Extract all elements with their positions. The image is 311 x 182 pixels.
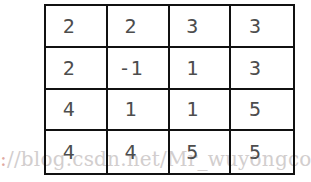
grid-cell-r2c0: 4	[46, 90, 108, 132]
grid-cell-r0c0: 2	[46, 6, 108, 48]
grid-cell-r1c2: 1	[170, 48, 232, 90]
grid-cell-r0c3: 3	[231, 6, 293, 48]
grid-cell-r2c3: 5	[231, 90, 293, 132]
number-grid: 2 2 3 3 2 -1 1 3 4 1 1 5 4 4 5 5	[44, 4, 295, 175]
matrix-diagram: ://blog.csdn.net/Mr_wuyongcong 2 2 3 3 2…	[0, 0, 311, 182]
grid-cell-r1c0: 2	[46, 48, 108, 90]
grid-cell-r3c0: 4	[46, 131, 108, 173]
grid-cell-r3c2: 5	[170, 131, 232, 173]
grid-cell-r0c1: 2	[108, 6, 170, 48]
watermark-colon: :	[0, 147, 7, 171]
grid-cell-r2c2: 1	[170, 90, 232, 132]
grid-cell-r3c1: 4	[108, 131, 170, 173]
grid-cell-r1c1: -1	[108, 48, 170, 90]
grid-cell-r0c2: 3	[170, 6, 232, 48]
grid-cell-r2c1: 1	[108, 90, 170, 132]
grid-cell-r3c3: 5	[231, 131, 293, 173]
grid-cell-r1c3: 3	[231, 48, 293, 90]
